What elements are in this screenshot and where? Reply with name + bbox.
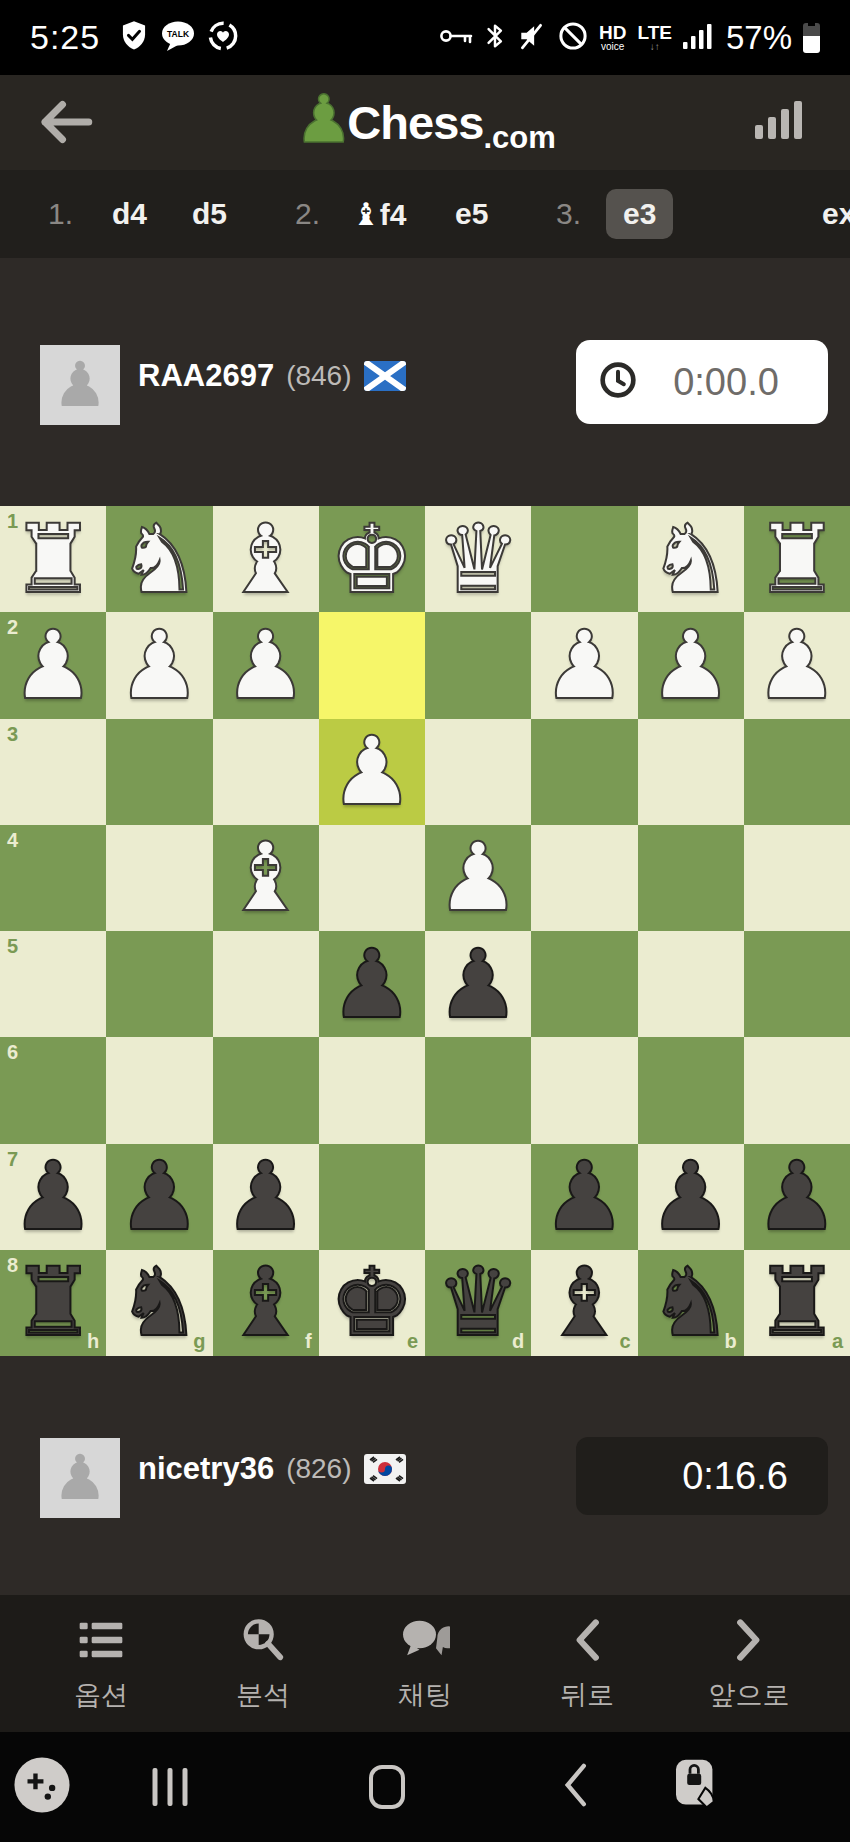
stats-bars-icon[interactable] <box>755 101 802 139</box>
own-time: 0:16.6 <box>616 1455 788 1498</box>
move-1-white[interactable]: d4 <box>112 197 147 231</box>
black-pawn-d5[interactable]: ♟ <box>425 931 531 1037</box>
square-h4[interactable]: 4 <box>0 825 106 931</box>
square-b2[interactable]: ♟ <box>638 612 744 718</box>
own-clock: 0:16.6 <box>576 1437 828 1515</box>
square-g6[interactable] <box>106 1037 212 1143</box>
square-b4[interactable] <box>638 825 744 931</box>
square-c1[interactable] <box>531 506 637 612</box>
square-c4[interactable] <box>531 825 637 931</box>
square-a3[interactable] <box>744 719 850 825</box>
android-nav-bar <box>0 1732 850 1842</box>
logo-text: Chess <box>347 95 483 150</box>
square-e7[interactable] <box>319 1144 425 1250</box>
white-pawn-d4[interactable]: ♟ <box>425 825 531 931</box>
own-username[interactable]: nicetry36 <box>138 1451 274 1487</box>
opponent-avatar[interactable]: ♟ <box>40 345 120 425</box>
move-1-black[interactable]: d5 <box>192 197 227 231</box>
square-c3[interactable] <box>531 719 637 825</box>
do-not-disturb-icon <box>558 21 588 55</box>
square-f5[interactable] <box>213 931 319 1037</box>
square-a1[interactable]: ♜ <box>744 506 850 612</box>
black-pawn-g7[interactable]: ♟ <box>106 1144 212 1250</box>
white-pawn-e3[interactable]: ♟ <box>319 719 425 825</box>
chat-bubbles-icon <box>400 1615 450 1665</box>
black-knight-b8[interactable]: ♞ <box>638 1250 744 1356</box>
square-f4[interactable]: ♝ <box>213 825 319 931</box>
opponent-username[interactable]: RAA2697 <box>138 358 274 394</box>
opponent-time: 0:00.0 <box>638 361 828 404</box>
square-d3[interactable] <box>425 719 531 825</box>
white-knight-b1[interactable]: ♞ <box>638 506 744 612</box>
square-c8[interactable]: c♝ <box>531 1250 637 1356</box>
square-b1[interactable]: ♞ <box>638 506 744 612</box>
bluetooth-icon <box>484 21 506 55</box>
own-player-row: ♟ nicetry36 (826) 0:16.6 <box>0 1356 850 1595</box>
square-b6[interactable] <box>638 1037 744 1143</box>
own-avatar[interactable]: ♟ <box>40 1438 120 1518</box>
white-bishop-icon: ♝ <box>352 196 380 232</box>
opponent-rating: (846) <box>286 360 351 392</box>
chesscom-logo: ♟ Chess .com <box>0 75 850 170</box>
move-list-bar[interactable]: 1. d4 d5 2. ♝f4 e5 3. e3 ex <box>0 170 850 258</box>
square-g3[interactable] <box>106 719 212 825</box>
white-knight-g1[interactable]: ♞ <box>106 506 212 612</box>
black-knight-g8[interactable]: ♞ <box>106 1250 212 1356</box>
square-c5[interactable] <box>531 931 637 1037</box>
options-button[interactable]: 옵션 <box>36 1615 166 1713</box>
opponent-clock: 0:00.0 <box>576 340 828 424</box>
square-c2[interactable]: ♟ <box>531 612 637 718</box>
move-3-white-current[interactable]: e3 <box>606 189 673 239</box>
black-queen-d8[interactable]: ♛ <box>425 1250 531 1356</box>
black-king-e8[interactable]: ♚ <box>319 1250 425 1356</box>
square-a8[interactable]: a♜ <box>744 1250 850 1356</box>
black-rook-a8[interactable]: ♜ <box>744 1250 850 1356</box>
chat-label: 채팅 <box>398 1677 452 1713</box>
square-h6[interactable]: 6 <box>0 1037 106 1143</box>
square-h3[interactable]: 3 <box>0 719 106 825</box>
move-2-black[interactable]: e5 <box>455 197 488 231</box>
chat-button[interactable]: 채팅 <box>360 1615 490 1713</box>
square-g8[interactable]: g♞ <box>106 1250 212 1356</box>
logo-suffix: .com <box>483 120 555 156</box>
app-header: ♟ Chess .com <box>0 75 850 170</box>
chess-app-screen: 5:25 TALK HD <box>0 0 850 1842</box>
square-h1[interactable]: 1♜ <box>0 506 106 612</box>
signal-bars-icon <box>683 22 713 54</box>
lte-indicator: LTE ↓↑ <box>637 23 671 52</box>
white-bishop-f1[interactable]: ♝ <box>213 506 319 612</box>
square-b8[interactable]: b♞ <box>638 1250 744 1356</box>
square-b5[interactable] <box>638 931 744 1037</box>
square-d5[interactable]: ♟ <box>425 931 531 1037</box>
square-f1[interactable]: ♝ <box>213 506 319 612</box>
square-g7[interactable]: ♟ <box>106 1144 212 1250</box>
options-label: 옵션 <box>74 1677 128 1713</box>
avatar-pawn-icon: ♟ <box>52 354 108 416</box>
square-e6[interactable] <box>319 1037 425 1143</box>
square-b7[interactable]: ♟ <box>638 1144 744 1250</box>
square-b3[interactable] <box>638 719 744 825</box>
white-pawn-b2[interactable]: ♟ <box>638 612 744 718</box>
square-a5[interactable] <box>744 931 850 1037</box>
square-e1[interactable]: ♚ <box>319 506 425 612</box>
square-f7[interactable]: ♟ <box>213 1144 319 1250</box>
logo-pawn-icon: ♟ <box>294 87 353 153</box>
black-pawn-c7[interactable]: ♟ <box>531 1144 637 1250</box>
svg-text:TALK: TALK <box>167 29 190 39</box>
rank-label-5: 5 <box>7 935 18 958</box>
black-pawn-a7[interactable]: ♟ <box>744 1144 850 1250</box>
square-h8[interactable]: 8h♜ <box>0 1250 106 1356</box>
square-a7[interactable]: ♟ <box>744 1144 850 1250</box>
square-g5[interactable] <box>106 931 212 1037</box>
rank-label-4: 4 <box>7 829 18 852</box>
square-e2[interactable] <box>319 612 425 718</box>
battery-icon <box>803 23 820 53</box>
square-f2[interactable]: ♟ <box>213 612 319 718</box>
touch-lock-icon[interactable] <box>671 1757 723 1817</box>
move-2-white[interactable]: ♝f4 <box>352 196 406 232</box>
back-icon[interactable] <box>560 1763 590 1811</box>
square-a2[interactable]: ♟ <box>744 612 850 718</box>
square-d4[interactable]: ♟ <box>425 825 531 931</box>
black-pawn-b7[interactable]: ♟ <box>638 1144 744 1250</box>
move-3-black-partial[interactable]: ex <box>822 197 850 231</box>
square-f6[interactable] <box>213 1037 319 1143</box>
status-time: 5:25 <box>30 18 100 57</box>
white-pawn-h2[interactable]: ♟ <box>0 612 106 718</box>
talk-bubble-icon: TALK <box>160 20 196 56</box>
square-a4[interactable] <box>744 825 850 931</box>
recents-icon[interactable] <box>153 1768 188 1806</box>
black-pawn-e5[interactable]: ♟ <box>319 931 425 1037</box>
analysis-button[interactable]: 분석 <box>198 1615 328 1713</box>
white-rook-a1[interactable]: ♜ <box>744 506 850 612</box>
game-toolbar: 옵션 분석 채팅 뒤로 앞으로 <box>0 1595 850 1732</box>
clock-icon <box>598 360 638 404</box>
battery-percent: 57% <box>726 19 792 57</box>
analysis-label: 분석 <box>236 1677 290 1713</box>
avatar-pawn-icon: ♟ <box>52 1447 108 1509</box>
square-c6[interactable] <box>531 1037 637 1143</box>
home-icon[interactable] <box>369 1765 405 1809</box>
square-d8[interactable]: d♛ <box>425 1250 531 1356</box>
move-forward-label: 앞으로 <box>709 1677 790 1713</box>
square-g4[interactable] <box>106 825 212 931</box>
square-d6[interactable] <box>425 1037 531 1143</box>
health-sync-icon <box>207 20 239 56</box>
square-f3[interactable] <box>213 719 319 825</box>
move-back-button[interactable]: 뒤로 <box>522 1615 652 1713</box>
square-a6[interactable] <box>744 1037 850 1143</box>
key-icon <box>439 25 473 51</box>
back-chevron-icon <box>570 1615 604 1665</box>
square-e8[interactable]: e♚ <box>319 1250 425 1356</box>
rank-label-6: 6 <box>7 1041 18 1064</box>
white-rook-h1[interactable]: ♜ <box>0 506 106 612</box>
square-e3[interactable]: ♟ <box>319 719 425 825</box>
white-pawn-g2[interactable]: ♟ <box>106 612 212 718</box>
move-back-label: 뒤로 <box>560 1677 614 1713</box>
black-bishop-f8[interactable]: ♝ <box>213 1250 319 1356</box>
square-d2[interactable] <box>425 612 531 718</box>
square-e5[interactable]: ♟ <box>319 931 425 1037</box>
white-queen-d1[interactable]: ♛ <box>425 506 531 612</box>
shield-check-icon <box>119 20 149 56</box>
square-g1[interactable]: ♞ <box>106 506 212 612</box>
forward-chevron-icon <box>732 1615 766 1665</box>
options-list-icon <box>78 1615 124 1665</box>
white-king-e1[interactable]: ♚ <box>319 506 425 612</box>
analysis-magnifier-icon <box>240 1615 286 1665</box>
square-d7[interactable] <box>425 1144 531 1250</box>
scotland-flag-icon <box>364 361 406 391</box>
status-bar: 5:25 TALK HD <box>0 0 850 75</box>
black-rook-h8[interactable]: ♜ <box>0 1250 106 1356</box>
square-h2[interactable]: 2♟ <box>0 612 106 718</box>
square-h5[interactable]: 5 <box>0 931 106 1037</box>
square-e4[interactable] <box>319 825 425 931</box>
square-c7[interactable]: ♟ <box>531 1144 637 1250</box>
own-rating: (826) <box>286 1453 351 1485</box>
opponent-player-row: ♟ RAA2697 (846) 0:00.0 <box>0 258 850 506</box>
move-number-3: 3. <box>556 197 581 231</box>
chess-board[interactable]: 1♜♞♝♚♛♞♜2♟♟♟♟♟♟3♟4♝♟5♟♟67♟♟♟♟♟♟8h♜g♞f♝e♚… <box>0 506 850 1356</box>
white-pawn-a2[interactable]: ♟ <box>744 612 850 718</box>
square-f8[interactable]: f♝ <box>213 1250 319 1356</box>
black-pawn-f7[interactable]: ♟ <box>213 1144 319 1250</box>
mute-icon <box>517 22 547 54</box>
south-korea-flag-icon <box>364 1454 406 1484</box>
move-forward-button[interactable]: 앞으로 <box>684 1615 814 1713</box>
rank-label-3: 3 <box>7 723 18 746</box>
square-g2[interactable]: ♟ <box>106 612 212 718</box>
square-d1[interactable]: ♛ <box>425 506 531 612</box>
white-pawn-c2[interactable]: ♟ <box>531 612 637 718</box>
white-pawn-f2[interactable]: ♟ <box>213 612 319 718</box>
white-bishop-f4[interactable]: ♝ <box>213 825 319 931</box>
square-h7[interactable]: 7♟ <box>0 1144 106 1250</box>
move-number-2: 2. <box>295 197 320 231</box>
black-pawn-h7[interactable]: ♟ <box>0 1144 106 1250</box>
move-number-1: 1. <box>48 197 73 231</box>
black-bishop-c8[interactable]: ♝ <box>531 1250 637 1356</box>
hd-voice-indicator: HD voice <box>599 23 626 52</box>
game-launcher-icon[interactable] <box>13 1756 71 1818</box>
